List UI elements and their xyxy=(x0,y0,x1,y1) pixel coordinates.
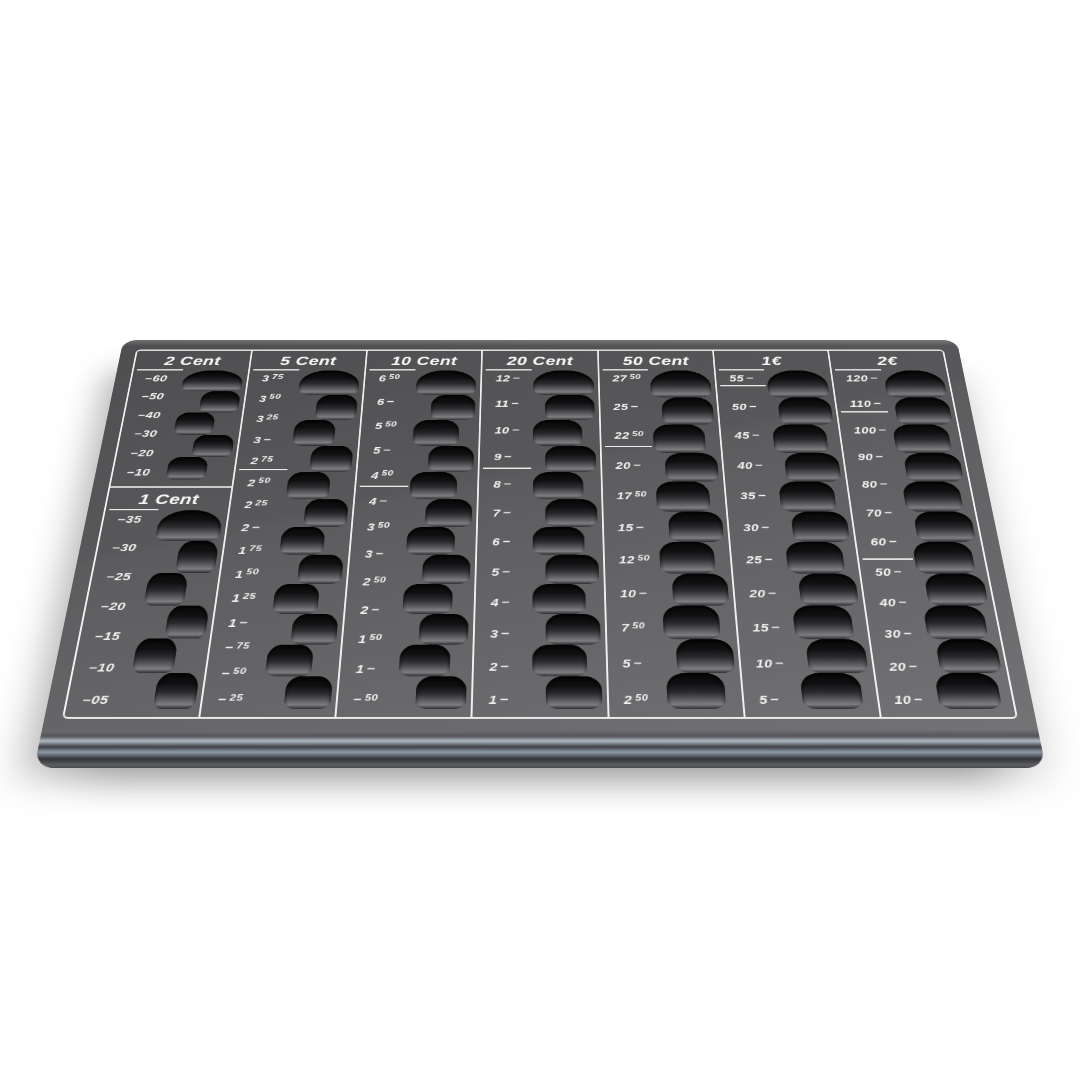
tick-value: 120 xyxy=(845,374,868,383)
tick-value: –25 xyxy=(106,570,132,581)
scale-tick: –10 xyxy=(126,467,164,477)
tick-value: 4 xyxy=(371,470,379,480)
tick-cents: 50 xyxy=(269,393,281,400)
tick-dash: – xyxy=(771,621,780,633)
scale-tick: 90– xyxy=(857,452,894,462)
coin-pocket xyxy=(935,639,1003,673)
tick-value: 30 xyxy=(743,522,760,533)
tick-value: 110 xyxy=(849,399,872,408)
scale-tick: 1– xyxy=(228,617,268,628)
scale-tick: 30– xyxy=(743,522,781,533)
tick-value: 70 xyxy=(865,507,882,517)
scale-tick: 4– xyxy=(491,596,529,607)
tick-value: 15 xyxy=(618,522,634,533)
tick-value: 3 xyxy=(490,628,498,640)
tick-dash: – xyxy=(504,451,512,461)
scale-tick: –30 xyxy=(112,542,151,553)
scale-tick: 550 xyxy=(375,421,411,431)
tick-value: 2 xyxy=(250,456,259,466)
coin-pocket xyxy=(154,510,223,541)
coin-pocket xyxy=(398,645,450,677)
scale-tick: 40– xyxy=(737,460,774,470)
coin-pocket xyxy=(272,584,320,614)
coin-pocket xyxy=(653,425,707,453)
coin-pocket xyxy=(923,574,989,606)
tick-value: 10 xyxy=(494,425,509,435)
tick-value: 2 xyxy=(362,576,371,587)
tray-scene: 2 Cent–60–50–40–30–20–101 Cent–35–30–25–… xyxy=(34,168,1046,768)
tick-dash: – xyxy=(502,596,510,607)
column-header-1-cent: 1 Cent xyxy=(106,488,232,509)
scale-tick: 55– xyxy=(729,374,764,383)
scale-tick: 3– xyxy=(253,435,290,445)
tick-value: 11 xyxy=(495,399,509,408)
scale-tick: 25– xyxy=(613,402,648,411)
coin-pocket xyxy=(650,370,712,397)
scale-tick: –40 xyxy=(137,410,174,419)
tick-dash: – xyxy=(500,692,509,704)
scale-tick: 45– xyxy=(734,430,770,440)
scale-tick: 20– xyxy=(888,660,929,672)
coin-pocket xyxy=(199,391,241,412)
coin-pocket xyxy=(798,574,859,606)
coin-pocket xyxy=(421,555,471,584)
coin-pocket xyxy=(265,645,315,677)
coin-pocket xyxy=(279,527,326,555)
scale-tick: 225 xyxy=(244,499,282,509)
coin-pocket xyxy=(892,425,953,453)
tick-value: 5 xyxy=(373,445,381,455)
tick-cents: 50 xyxy=(635,490,647,498)
scale-tick: 10– xyxy=(494,425,529,435)
coin-pocket xyxy=(882,370,947,397)
scale-tick: 5– xyxy=(373,445,409,455)
value-scale-20-cent: 12–11–10–9–8–7–6–5–4–3–2–1– xyxy=(477,369,532,710)
tick-dash: – xyxy=(379,495,388,505)
tick-value: 1 xyxy=(488,693,497,705)
tick-value: 1 xyxy=(238,545,247,556)
scale-tick: 350 xyxy=(367,522,405,533)
tick-value: 5 xyxy=(622,657,631,669)
scale-tick: –15 xyxy=(94,630,135,642)
tick-cents: 50 xyxy=(385,420,397,427)
scale-tick: 25– xyxy=(746,554,785,565)
tick-value: 6 xyxy=(492,536,500,547)
tick-dash: – xyxy=(755,459,764,469)
scale-tick: 40– xyxy=(879,596,919,607)
tick-dash: – xyxy=(375,548,384,559)
tick-dash: – xyxy=(633,656,642,668)
tick-value: 60 xyxy=(870,536,888,547)
tick-dash: – xyxy=(758,490,767,500)
scale-tick: 70– xyxy=(865,507,903,517)
tray-surface: 2 Cent–60–50–40–30–20–101 Cent–35–30–25–… xyxy=(42,340,1038,730)
tick-value: 9 xyxy=(494,452,502,462)
tick-value: –20 xyxy=(130,448,155,458)
tick-value: 3 xyxy=(365,549,374,560)
scale-tick: 1750 xyxy=(616,490,653,500)
tick-dash: – xyxy=(225,641,235,653)
tick-value: 3 xyxy=(367,522,376,533)
tick-value: 3 xyxy=(261,374,270,383)
tick-value: –15 xyxy=(94,630,121,642)
tick-dash: – xyxy=(631,401,639,410)
scale-tick: 750 xyxy=(621,622,660,634)
tick-value: 1 xyxy=(231,592,241,603)
scale-tick: 80– xyxy=(861,479,899,489)
tick-cents: 50 xyxy=(246,568,260,576)
tick-value: 5 xyxy=(375,421,383,431)
scale-tick: 450 xyxy=(371,470,408,480)
roll-divider-line xyxy=(605,446,652,447)
tick-dash: – xyxy=(221,666,231,678)
coin-pocket xyxy=(664,453,719,482)
roll-divider-line xyxy=(841,411,888,412)
coin-pocket xyxy=(777,397,833,424)
tick-cents: 50 xyxy=(258,477,271,485)
tick-value: 20 xyxy=(749,587,766,598)
tick-value: 15 xyxy=(752,622,770,634)
scale-tick: –30 xyxy=(134,429,171,439)
column-body-20-cent: 12–11–10–9–8–7–6–5–4–3–2–1– xyxy=(473,369,607,717)
tick-value: 12 xyxy=(496,374,511,383)
scale-tick: 3– xyxy=(365,549,403,560)
coin-pocket xyxy=(533,527,585,555)
scale-tick: –50 xyxy=(353,693,394,705)
coin-pocket xyxy=(893,397,953,424)
tick-cents: 50 xyxy=(381,469,393,477)
coin-pocket xyxy=(546,446,596,472)
coin-pocket xyxy=(656,482,711,512)
scale-tick: 7– xyxy=(493,507,530,517)
tick-dash: – xyxy=(217,692,227,704)
column-header-20-cent: 20 Cent xyxy=(483,351,598,370)
scale-tick: –20 xyxy=(100,600,140,611)
tick-dash: – xyxy=(873,398,882,407)
scale-tick: –50 xyxy=(141,392,177,401)
scale-tick: 1– xyxy=(488,693,528,705)
roll-divider-line xyxy=(862,559,912,560)
scale-tick: 10– xyxy=(620,587,658,598)
coin-pocket xyxy=(303,499,349,527)
scale-tick: –25 xyxy=(217,693,258,705)
scale-tick: 2250 xyxy=(614,430,650,440)
tick-value: 2 xyxy=(360,604,369,615)
tick-cents: 25 xyxy=(255,499,268,507)
scale-tick: 150 xyxy=(358,633,398,645)
coin-pocket xyxy=(297,555,345,584)
scale-tick: 60– xyxy=(870,536,909,547)
tick-cents: 25 xyxy=(243,592,257,601)
tick-dash: – xyxy=(501,659,510,671)
tick-value: –35 xyxy=(117,514,143,524)
coin-pocket xyxy=(409,472,457,499)
scale-tick: 5– xyxy=(622,657,662,669)
tick-value: 7 xyxy=(493,507,501,517)
tick-dash: – xyxy=(879,479,888,489)
scale-tick: 275 xyxy=(250,456,287,466)
scale-tick: –10 xyxy=(88,661,129,673)
coin-pocket xyxy=(424,499,472,527)
coin-pocket xyxy=(675,639,735,673)
tick-value: –30 xyxy=(112,542,138,553)
tick-dash: – xyxy=(746,373,754,382)
tick-cents: 50 xyxy=(369,633,382,642)
scale-tick: 175 xyxy=(238,545,277,556)
tick-dash: – xyxy=(367,662,376,674)
scale-tick: –20 xyxy=(130,448,167,458)
tick-dash: – xyxy=(908,659,918,671)
scale-tick: 2– xyxy=(241,522,279,533)
tick-cents: 50 xyxy=(389,373,401,380)
coin-pocket xyxy=(402,584,453,614)
tick-value: 6 xyxy=(378,374,386,383)
tick-value: 4 xyxy=(491,596,499,607)
scale-tick: 250 xyxy=(247,477,284,487)
coin-pocket xyxy=(913,511,977,542)
tick-value: 1 xyxy=(355,663,364,675)
tick-cents: 50 xyxy=(377,521,390,529)
tick-value: 2 xyxy=(244,499,253,509)
tick-cents: 25 xyxy=(266,413,279,420)
tick-value: 55 xyxy=(729,374,745,383)
coin-pocket xyxy=(175,541,219,573)
tick-value: 2 xyxy=(241,522,250,533)
scale-tick: 5– xyxy=(758,693,799,705)
scale-tick: 150 xyxy=(235,568,274,579)
tick-value: 2 xyxy=(247,477,256,487)
tick-dash: – xyxy=(749,401,757,410)
tick-dash: – xyxy=(770,692,780,704)
tick-value: 50 xyxy=(731,402,747,411)
scale-tick: 12– xyxy=(496,374,530,383)
tick-value: 25 xyxy=(613,402,628,411)
coin-pocket xyxy=(785,542,845,573)
column-header-1-euro: 1€ xyxy=(714,351,830,370)
tick-cents: 50 xyxy=(635,693,649,702)
column-header-5-cent: 5 Cent xyxy=(250,351,366,370)
tick-value: 100 xyxy=(853,425,877,435)
coin-pocket xyxy=(666,674,726,709)
roll-divider-line xyxy=(483,468,531,469)
coin-pocket xyxy=(181,370,244,391)
tick-cents: 75 xyxy=(236,641,250,650)
tick-value: 40 xyxy=(879,596,897,607)
tick-value: 8 xyxy=(493,479,501,489)
tick-cents: 50 xyxy=(233,667,247,676)
tick-value: 90 xyxy=(857,452,874,462)
column-header-10-cent: 10 Cent xyxy=(366,351,481,370)
scale-tick: 325 xyxy=(256,414,292,424)
section-20-cent: 20 Cent12–11–10–9–8–7–6–5–4–3–2–1– xyxy=(473,351,607,717)
coin-pocket xyxy=(546,676,602,708)
tick-dash: – xyxy=(513,373,520,382)
scale-tick: 2– xyxy=(360,604,399,615)
scale-tick: 10– xyxy=(893,693,935,705)
tick-dash: – xyxy=(263,434,272,444)
coin-pocket xyxy=(532,645,587,677)
scale-tick: 2– xyxy=(489,660,528,672)
tick-value: 20 xyxy=(615,460,631,470)
tick-cents: 50 xyxy=(365,693,379,702)
tick-dash: – xyxy=(633,459,641,469)
tick-value: 30 xyxy=(883,628,901,640)
tick-value: 20 xyxy=(888,660,907,672)
tick-dash: – xyxy=(893,565,903,576)
coin-pocket xyxy=(427,446,474,472)
roll-divider-line xyxy=(239,469,287,470)
coin-pocket xyxy=(911,542,975,573)
tick-value: 27 xyxy=(612,374,627,383)
tick-value: 40 xyxy=(737,460,753,470)
tray-front-bevel xyxy=(34,730,1046,768)
tick-dash: – xyxy=(502,565,510,576)
scale-tick: 20– xyxy=(749,587,788,598)
tick-value: –10 xyxy=(126,467,151,477)
coin-pocket xyxy=(283,676,333,708)
coin-pocket xyxy=(902,453,964,482)
tick-dash: – xyxy=(383,444,391,454)
coin-pocket xyxy=(546,614,600,645)
tick-dash: – xyxy=(239,616,249,627)
tick-value: 12 xyxy=(619,554,635,565)
coin-pocket xyxy=(533,370,593,394)
tick-dash: – xyxy=(761,521,770,532)
coin-pocket xyxy=(766,370,830,397)
coin-pocket xyxy=(791,511,850,542)
coin-pocket xyxy=(143,573,188,606)
tick-value: 80 xyxy=(861,479,878,489)
scale-tick: 8– xyxy=(493,479,529,489)
tick-value: 5 xyxy=(758,693,768,705)
scale-tick: 11– xyxy=(495,399,530,408)
coin-pocket xyxy=(131,639,178,674)
tick-dash: – xyxy=(913,692,923,704)
tick-value: –20 xyxy=(100,600,127,611)
tick-value: –60 xyxy=(144,374,168,383)
tick-dash: – xyxy=(752,430,761,440)
tick-dash: – xyxy=(511,398,519,407)
coin-pocket xyxy=(192,435,235,457)
tick-dash: – xyxy=(503,536,511,547)
coin-pocket xyxy=(173,413,216,435)
scale-tick: 125 xyxy=(231,592,271,603)
coin-pocket xyxy=(418,614,469,645)
scale-tick: 375 xyxy=(261,374,297,383)
scale-tick: 15– xyxy=(618,522,655,533)
scale-tick: 250 xyxy=(362,576,401,587)
coin-pocket xyxy=(805,639,868,673)
tick-cents: 50 xyxy=(632,621,645,630)
scale-tick: 30– xyxy=(883,628,924,640)
tick-value: 10 xyxy=(893,693,912,705)
coin-pocket xyxy=(778,482,836,512)
scale-tick: 10– xyxy=(755,657,795,669)
tick-dash: – xyxy=(512,424,520,434)
tick-cents: 50 xyxy=(629,373,641,380)
tick-cents: 50 xyxy=(373,575,386,583)
coin-pocket xyxy=(412,420,459,446)
scale-tick: –50 xyxy=(221,667,262,679)
coin-pocket xyxy=(290,614,339,645)
scale-tick: 6– xyxy=(492,536,529,547)
tick-value: 35 xyxy=(740,490,757,500)
coin-pocket xyxy=(661,397,714,424)
scale-tick: 50– xyxy=(874,566,913,577)
tick-dash: – xyxy=(764,553,773,564)
scale-tick: –35 xyxy=(117,514,156,524)
tick-cents: 25 xyxy=(229,693,243,702)
coin-pocket xyxy=(533,420,583,446)
tick-value: 1 xyxy=(228,617,238,628)
coin-pocket xyxy=(416,370,477,394)
tick-value: 7 xyxy=(621,622,630,634)
coin-counting-tray: 2 Cent–60–50–40–30–20–101 Cent–35–30–25–… xyxy=(34,340,1046,768)
coin-pocket xyxy=(164,605,209,639)
coin-pocket xyxy=(309,446,354,472)
scale-tick: 50– xyxy=(731,402,767,411)
coin-pocket xyxy=(934,674,1003,709)
section-2-cent: 2 Cent–60–50–40–30–20–10 xyxy=(110,351,251,487)
tick-dash: – xyxy=(768,587,777,598)
coin-pocket xyxy=(772,425,829,453)
scale-tick: 15– xyxy=(752,622,792,634)
coin-pocket xyxy=(792,606,854,639)
tick-value: 3 xyxy=(256,414,265,424)
tick-dash: – xyxy=(252,521,261,532)
tick-cents: 50 xyxy=(637,553,650,561)
coin-pocket xyxy=(546,499,598,527)
scale-tick: 110– xyxy=(849,399,885,408)
coin-pocket xyxy=(286,472,332,499)
coin-pocket xyxy=(922,606,989,639)
coin-pocket xyxy=(545,395,594,420)
scale-tick: 3– xyxy=(490,628,529,640)
tick-value: 1 xyxy=(358,633,367,645)
scale-tick: 9– xyxy=(494,452,530,462)
tick-value: –05 xyxy=(82,693,110,705)
coin-pocket xyxy=(533,584,587,614)
tick-value: 10 xyxy=(620,587,637,598)
tick-value: 5 xyxy=(491,566,499,577)
tick-cents: 75 xyxy=(272,373,284,380)
coin-channel-20-cent xyxy=(530,369,604,710)
tick-dash: – xyxy=(870,373,879,382)
scale-tick: 4– xyxy=(369,496,406,506)
tick-value: 1 xyxy=(235,568,245,579)
coin-pocket xyxy=(659,542,716,573)
scale-tick: –25 xyxy=(106,570,146,581)
tick-dash: – xyxy=(504,479,512,489)
column-header-2-cent: 2 Cent xyxy=(134,351,251,370)
scale-tick: –05 xyxy=(82,693,124,705)
coin-pocket xyxy=(153,673,200,709)
tick-dash: – xyxy=(888,536,898,547)
scale-tick: 35– xyxy=(740,490,777,500)
tick-value: 45 xyxy=(734,430,750,440)
tick-value: 50 xyxy=(874,566,892,577)
tick-cents: 75 xyxy=(261,455,274,463)
tick-cents: 50 xyxy=(632,430,644,437)
coin-pocket xyxy=(800,674,864,709)
printed-frame: 2 Cent–60–50–40–30–20–101 Cent–35–30–25–… xyxy=(62,350,1018,719)
coin-pocket xyxy=(406,527,455,555)
photo-canvas: 2 Cent–60–50–40–30–20–101 Cent–35–30–25–… xyxy=(0,0,1080,1080)
tick-dash: – xyxy=(898,596,908,607)
tick-value: –30 xyxy=(134,429,158,439)
coin-pocket xyxy=(671,574,729,606)
tick-value: 25 xyxy=(746,554,763,565)
